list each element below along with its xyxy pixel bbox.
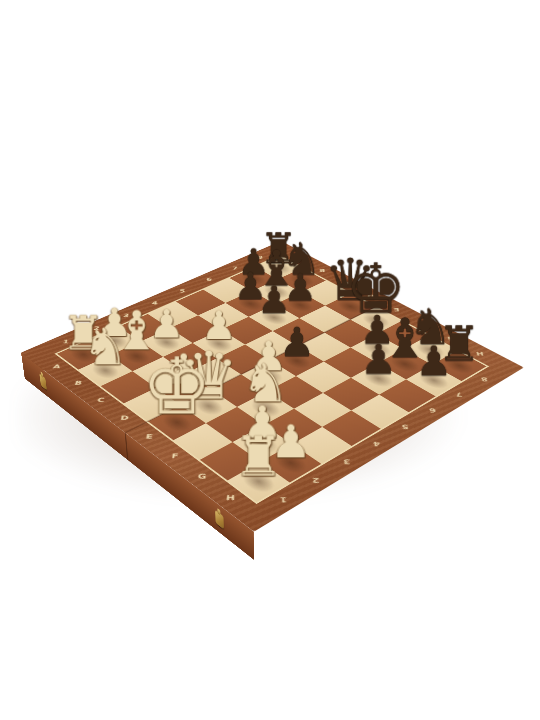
piece-white-rook-h1[interactable]: ♜ (228, 462, 290, 502)
pieces-layer: ♜♞♟♝♚♟♟♛♞♟♟♟♜♝♟♟♞♟♜♟♟♟♛♟♚♟♝♟♞♜ (57, 256, 486, 502)
file-label-far-b: B (319, 268, 325, 272)
rank-label-4: 4 (151, 301, 158, 306)
chess-board: AABBCCDDEEFFGGHH1122334455667788 ♜♞♟♝♚♟♟… (21, 241, 524, 532)
piece-black-pawn-h7[interactable]: ♟ (406, 365, 461, 397)
brass-clasp-icon (215, 510, 224, 530)
rank-label-8: 8 (257, 255, 262, 259)
rank-label-far-7: 7 (455, 391, 463, 397)
file-label-far-a: A (296, 256, 302, 260)
rank-label-far-4: 4 (373, 440, 381, 447)
rank-label-7: 7 (232, 266, 238, 270)
file-label-e: E (145, 433, 153, 440)
white-rook-icon: ♜ (178, 430, 340, 481)
brass-clasp-icon (39, 373, 47, 390)
file-label-b: B (74, 380, 83, 386)
board-top-face: AABBCCDDEEFFGGHH1122334455667788 ♜♞♟♝♚♟♟… (21, 241, 524, 532)
rank-label-far-5: 5 (401, 423, 409, 430)
rank-label-5: 5 (179, 289, 185, 294)
file-label-far-c: C (343, 281, 349, 286)
file-label-h: H (226, 494, 235, 502)
file-label-far-d: D (367, 294, 375, 299)
black-pawn-icon: ♟ (362, 342, 506, 380)
rank-label-far-6: 6 (429, 407, 437, 413)
product-photo-stage: AABBCCDDEEFFGGHH1122334455667788 ♜♞♟♝♚♟♟… (0, 0, 540, 720)
fold-seam-front (125, 432, 129, 460)
rank-label-6: 6 (206, 277, 212, 281)
rank-label-far-1: 1 (280, 496, 288, 504)
scene: AABBCCDDEEFFGGHH1122334455667788 ♜♞♟♝♚♟♟… (15, 190, 525, 530)
